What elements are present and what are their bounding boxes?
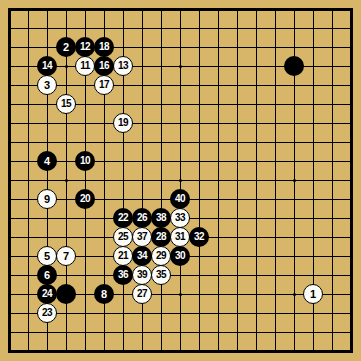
stone-white-1: 1 xyxy=(303,284,323,304)
stone-black-16: 16 xyxy=(94,56,114,76)
stone-white-27: 27 xyxy=(132,284,152,304)
stone-white-39: 39 xyxy=(132,265,152,285)
stone-black-22: 22 xyxy=(113,208,133,228)
stone-black-20: 20 xyxy=(75,189,95,209)
stone-black-setup-Q16 xyxy=(284,56,304,76)
stone-white-15: 15 xyxy=(56,94,76,114)
stone-white-31: 31 xyxy=(170,227,190,247)
star-point xyxy=(293,293,296,296)
stone-white-5: 5 xyxy=(37,246,57,266)
stone-black-10: 10 xyxy=(75,151,95,171)
star-point xyxy=(179,293,182,296)
stone-white-33: 33 xyxy=(170,208,190,228)
stone-black-24: 24 xyxy=(37,284,57,304)
stone-black-40: 40 xyxy=(170,189,190,209)
board-intersections-grid: 1234567891011121314151617181920212223242… xyxy=(0,0,361,361)
stone-black-26: 26 xyxy=(132,208,152,228)
star-point xyxy=(179,179,182,182)
stone-white-35: 35 xyxy=(151,265,171,285)
go-board[interactable]: 1234567891011121314151617181920212223242… xyxy=(0,0,361,361)
stone-black-34: 34 xyxy=(132,246,152,266)
star-point xyxy=(179,65,182,68)
stone-white-37: 37 xyxy=(132,227,152,247)
stone-black-2: 2 xyxy=(56,37,76,57)
stone-white-25: 25 xyxy=(113,227,133,247)
stone-white-9: 9 xyxy=(37,189,57,209)
stone-black-8: 8 xyxy=(94,284,114,304)
stone-white-29: 29 xyxy=(151,246,171,266)
stone-black-28: 28 xyxy=(151,227,171,247)
stone-white-13: 13 xyxy=(113,56,133,76)
stone-white-19: 19 xyxy=(113,113,133,133)
star-point xyxy=(65,65,68,68)
stone-black-setup-D4 xyxy=(56,284,76,304)
star-point xyxy=(293,179,296,182)
stone-black-30: 30 xyxy=(170,246,190,266)
stone-white-17: 17 xyxy=(94,75,114,95)
stone-black-12: 12 xyxy=(75,37,95,57)
stone-white-23: 23 xyxy=(37,303,57,323)
stone-black-38: 38 xyxy=(151,208,171,228)
stone-white-21: 21 xyxy=(113,246,133,266)
star-point xyxy=(65,179,68,182)
stone-black-32: 32 xyxy=(189,227,209,247)
stone-black-6: 6 xyxy=(37,265,57,285)
stone-black-36: 36 xyxy=(113,265,133,285)
stone-black-4: 4 xyxy=(37,151,57,171)
stone-white-11: 11 xyxy=(75,56,95,76)
stone-white-7: 7 xyxy=(56,246,76,266)
stone-black-14: 14 xyxy=(37,56,57,76)
stone-black-18: 18 xyxy=(94,37,114,57)
stone-white-3: 3 xyxy=(37,75,57,95)
